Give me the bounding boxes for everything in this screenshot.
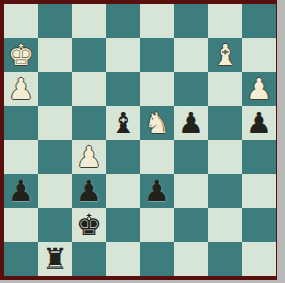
piece-black-king: ♚ <box>76 208 102 242</box>
square-h7[interactable] <box>242 38 276 72</box>
chess-board: ♚♝♟♟♝♞♟♟♟♟♟♟♚♜ <box>4 4 276 276</box>
piece-white-pawn: ♟ <box>246 72 272 106</box>
piece-white-knight: ♞ <box>144 106 170 140</box>
square-f8[interactable] <box>174 4 208 38</box>
square-b3[interactable] <box>38 174 72 208</box>
square-h2[interactable] <box>242 208 276 242</box>
square-c3[interactable]: ♟ <box>72 174 106 208</box>
square-e8[interactable] <box>140 4 174 38</box>
square-b7[interactable] <box>38 38 72 72</box>
square-a3[interactable]: ♟ <box>4 174 38 208</box>
square-f6[interactable] <box>174 72 208 106</box>
square-b4[interactable] <box>38 140 72 174</box>
square-c4[interactable]: ♟ <box>72 140 106 174</box>
piece-black-pawn: ♟ <box>8 174 34 208</box>
piece-black-pawn: ♟ <box>76 174 102 208</box>
square-e7[interactable] <box>140 38 174 72</box>
piece-black-pawn: ♟ <box>246 106 272 140</box>
square-e4[interactable] <box>140 140 174 174</box>
square-f4[interactable] <box>174 140 208 174</box>
piece-white-king: ♚ <box>8 38 34 72</box>
square-d5[interactable]: ♝ <box>106 106 140 140</box>
square-b6[interactable] <box>38 72 72 106</box>
square-e5[interactable]: ♞ <box>140 106 174 140</box>
square-a8[interactable] <box>4 4 38 38</box>
square-c8[interactable] <box>72 4 106 38</box>
square-e6[interactable] <box>140 72 174 106</box>
square-a7[interactable]: ♚ <box>4 38 38 72</box>
piece-white-pawn: ♟ <box>76 140 102 174</box>
square-d4[interactable] <box>106 140 140 174</box>
piece-black-rook: ♜ <box>42 242 68 276</box>
square-c7[interactable] <box>72 38 106 72</box>
square-h6[interactable]: ♟ <box>242 72 276 106</box>
square-g1[interactable] <box>208 242 242 276</box>
square-b2[interactable] <box>38 208 72 242</box>
square-a5[interactable] <box>4 106 38 140</box>
square-h8[interactable] <box>242 4 276 38</box>
square-a6[interactable]: ♟ <box>4 72 38 106</box>
square-h5[interactable]: ♟ <box>242 106 276 140</box>
square-a1[interactable] <box>4 242 38 276</box>
square-e3[interactable]: ♟ <box>140 174 174 208</box>
square-b8[interactable] <box>38 4 72 38</box>
square-g5[interactable] <box>208 106 242 140</box>
square-g8[interactable] <box>208 4 242 38</box>
square-d8[interactable] <box>106 4 140 38</box>
square-g4[interactable] <box>208 140 242 174</box>
square-c5[interactable] <box>72 106 106 140</box>
square-h3[interactable] <box>242 174 276 208</box>
piece-black-pawn: ♟ <box>178 106 204 140</box>
square-c6[interactable] <box>72 72 106 106</box>
square-d6[interactable] <box>106 72 140 106</box>
square-f2[interactable] <box>174 208 208 242</box>
square-g6[interactable] <box>208 72 242 106</box>
square-d3[interactable] <box>106 174 140 208</box>
square-d7[interactable] <box>106 38 140 72</box>
square-f3[interactable] <box>174 174 208 208</box>
square-g3[interactable] <box>208 174 242 208</box>
square-c2[interactable]: ♚ <box>72 208 106 242</box>
square-c1[interactable] <box>72 242 106 276</box>
square-e2[interactable] <box>140 208 174 242</box>
square-a2[interactable] <box>4 208 38 242</box>
square-a4[interactable] <box>4 140 38 174</box>
square-b1[interactable]: ♜ <box>38 242 72 276</box>
square-f1[interactable] <box>174 242 208 276</box>
window-edge-right <box>277 0 285 283</box>
square-d2[interactable] <box>106 208 140 242</box>
chess-board-window: ♚♝♟♟♝♞♟♟♟♟♟♟♚♜ <box>0 0 285 283</box>
square-h4[interactable] <box>242 140 276 174</box>
square-h1[interactable] <box>242 242 276 276</box>
square-f5[interactable]: ♟ <box>174 106 208 140</box>
square-b5[interactable] <box>38 106 72 140</box>
square-f7[interactable] <box>174 38 208 72</box>
piece-black-pawn: ♟ <box>144 174 170 208</box>
square-d1[interactable] <box>106 242 140 276</box>
square-g2[interactable] <box>208 208 242 242</box>
square-g7[interactable]: ♝ <box>208 38 242 72</box>
piece-black-bishop: ♝ <box>110 106 136 140</box>
piece-white-bishop: ♝ <box>212 38 238 72</box>
piece-white-pawn: ♟ <box>8 72 34 106</box>
square-e1[interactable] <box>140 242 174 276</box>
